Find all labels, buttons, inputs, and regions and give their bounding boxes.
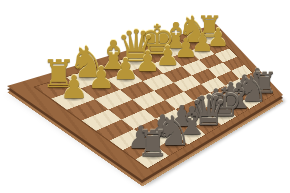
piece-black-rook[interactable]: ♜ [136, 126, 168, 162]
pieces-layer: ♜♞♟♝♟♚♟♛♟♝♟♞♟♟♜♟♟♜♟♟♞♝♟♚♟♛♟♝♟♞♟♜ [0, 0, 290, 193]
piece-white-pawn[interactable]: ♟ [60, 72, 88, 104]
piece-white-pawn[interactable]: ♟ [88, 63, 115, 93]
piece-white-pawn[interactable]: ♟ [112, 55, 138, 84]
chess-photo-scene: ♜♞♟♝♟♚♟♛♟♝♟♞♟♟♜♟♟♜♟♟♞♝♟♚♟♛♟♝♟♞♟♜ [0, 0, 290, 193]
piece-white-pawn[interactable]: ♟ [135, 48, 160, 76]
